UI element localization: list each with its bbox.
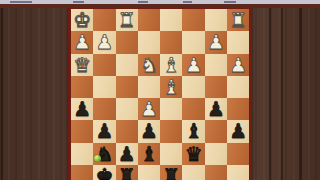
square-e6: ♟ — [138, 120, 160, 142]
black-queen-c7: ♛ — [182, 143, 204, 166]
square-f6 — [116, 120, 138, 142]
square-g3 — [93, 54, 115, 76]
white-pawn-e5: ♟ — [138, 98, 160, 121]
square-h3: ♛ — [71, 54, 93, 76]
toolbar-text-item[interactable] — [10, 1, 32, 3]
wood-seam — [1, 0, 3, 180]
square-d3: ♝ — [160, 54, 182, 76]
square-b2: ♟ — [205, 31, 227, 53]
white-knight-e3: ♞ — [138, 54, 160, 77]
white-pawn-g2: ♟ — [93, 31, 115, 54]
black-bishop-c6: ♝ — [182, 120, 204, 143]
square-b4 — [205, 76, 227, 98]
black-pawn-g6: ♟ — [93, 120, 115, 143]
square-g2: ♟ — [93, 31, 115, 53]
black-pawn-f7: ♟ — [116, 143, 138, 166]
toolbar-text-item[interactable] — [224, 1, 236, 3]
toolbar-text-item[interactable] — [183, 1, 192, 3]
square-f2 — [116, 31, 138, 53]
square-f7: ♟ — [116, 143, 138, 165]
white-rook-f1: ♜ — [116, 9, 138, 32]
square-d7 — [160, 143, 182, 165]
square-a8 — [227, 165, 249, 180]
square-c1 — [182, 9, 204, 31]
white-rook-a1: ♜ — [227, 9, 249, 32]
square-d8: ♜ — [160, 165, 182, 180]
square-e4 — [138, 76, 160, 98]
square-c2 — [182, 31, 204, 53]
square-c5 — [182, 98, 204, 120]
square-b1 — [205, 9, 227, 31]
square-g8: ♚ — [93, 165, 115, 180]
square-e3: ♞ — [138, 54, 160, 76]
wood-seam — [269, 0, 271, 180]
white-pawn-h2: ♟ — [71, 31, 93, 54]
square-a7 — [227, 143, 249, 165]
square-c4 — [182, 76, 204, 98]
square-c3: ♟ — [182, 54, 204, 76]
top-shadow-stripe — [0, 4, 320, 8]
square-d6 — [160, 120, 182, 142]
square-e1 — [138, 9, 160, 31]
square-h4 — [71, 76, 93, 98]
square-b6 — [205, 120, 227, 142]
square-h6 — [71, 120, 93, 142]
square-e7: ♝ — [138, 143, 160, 165]
square-g7: ♞ — [93, 143, 115, 165]
square-e8 — [138, 165, 160, 180]
black-pawn-h5: ♟ — [71, 98, 93, 121]
wood-seam — [299, 0, 302, 180]
square-g5 — [93, 98, 115, 120]
black-rook-d8: ♜ — [160, 165, 182, 180]
square-f4 — [116, 76, 138, 98]
white-queen-h3: ♛ — [71, 54, 93, 77]
square-b7 — [205, 143, 227, 165]
black-pawn-a6: ♟ — [227, 120, 249, 143]
browser-toolbar-strip[interactable] — [0, 0, 320, 4]
white-king-h1: ♚ — [71, 9, 93, 32]
square-f8: ♜ — [116, 165, 138, 180]
square-a4 — [227, 76, 249, 98]
square-b8 — [205, 165, 227, 180]
square-f3 — [116, 54, 138, 76]
square-b5: ♟ — [205, 98, 227, 120]
black-pawn-b5: ♟ — [205, 98, 227, 121]
square-g4 — [93, 76, 115, 98]
square-a1: ♜ — [227, 9, 249, 31]
square-e2 — [138, 31, 160, 53]
square-b3 — [205, 54, 227, 76]
toolbar-text-item[interactable] — [73, 1, 84, 3]
square-d1 — [160, 9, 182, 31]
square-e5: ♟ — [138, 98, 160, 120]
white-bishop-d3: ♝ — [160, 54, 182, 77]
square-c6: ♝ — [182, 120, 204, 142]
square-c7: ♛ — [182, 143, 204, 165]
square-f5 — [116, 98, 138, 120]
black-pawn-e6: ♟ — [138, 120, 160, 143]
square-a2 — [227, 31, 249, 53]
square-d4: ♝ — [160, 76, 182, 98]
square-a3: ♟ — [227, 54, 249, 76]
square-f1: ♜ — [116, 9, 138, 31]
white-pawn-b2: ♟ — [205, 31, 227, 54]
chess-board: ♚♜♜♟♟♟♛♞♝♟♟♝♟♟♟♟♟♝♟♞♟♝♛♚♜♜ — [68, 6, 252, 180]
square-g6: ♟ — [93, 120, 115, 142]
square-c8 — [182, 165, 204, 180]
square-g1 — [93, 9, 115, 31]
square-h5: ♟ — [71, 98, 93, 120]
black-bishop-e7: ♝ — [138, 143, 160, 166]
black-rook-f8: ♜ — [116, 165, 138, 180]
black-king-g8: ♚ — [93, 165, 115, 180]
square-a5 — [227, 98, 249, 120]
white-pawn-a3: ♟ — [227, 54, 249, 77]
square-h8 — [71, 165, 93, 180]
square-a6: ♟ — [227, 120, 249, 142]
white-bishop-d4: ♝ — [160, 76, 182, 99]
square-d5 — [160, 98, 182, 120]
square-h2: ♟ — [71, 31, 93, 53]
toolbar-text-item[interactable] — [138, 1, 148, 3]
square-h1: ♚ — [71, 9, 93, 31]
wood-seam — [281, 0, 283, 180]
white-pawn-c3: ♟ — [182, 54, 204, 77]
square-d2 — [160, 31, 182, 53]
square-h7 — [71, 143, 93, 165]
